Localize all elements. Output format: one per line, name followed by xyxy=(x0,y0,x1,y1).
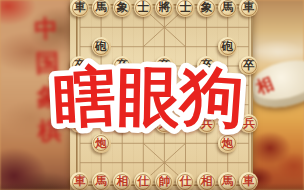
board-cell-d1[interactable] xyxy=(133,18,154,37)
piece-black-elephant[interactable]: 象 xyxy=(197,0,216,17)
board-cell-g4[interactable] xyxy=(196,76,217,95)
left-banner-char: 国 xyxy=(32,45,63,80)
board-cell-c8[interactable] xyxy=(112,153,133,172)
piece-red-soldier[interactable]: 兵 xyxy=(113,114,132,133)
board-cell-c5[interactable] xyxy=(112,95,133,114)
board-cell-h2[interactable]: 砲 xyxy=(217,37,238,56)
board-cell-e9[interactable]: 帥 xyxy=(154,172,175,190)
board-cell-h3[interactable] xyxy=(217,56,238,75)
piece-label: 馬 xyxy=(95,176,107,188)
piece-black-chariot[interactable]: 車 xyxy=(70,0,89,17)
board-cell-f9[interactable]: 仕 xyxy=(175,172,196,190)
board-cell-c4[interactable] xyxy=(112,76,133,95)
piece-black-soldier[interactable]: 卒 xyxy=(197,56,216,75)
piece-label: 仕 xyxy=(137,176,149,188)
board-cell-g2[interactable] xyxy=(196,37,217,56)
piece-label: 仕 xyxy=(180,176,192,188)
board-cell-b3[interactable] xyxy=(90,56,111,75)
board-cell-i2[interactable] xyxy=(238,37,259,56)
board-cell-d9[interactable]: 仕 xyxy=(133,172,154,190)
board-cell-b0[interactable]: 馬 xyxy=(90,0,111,18)
board-cell-d3[interactable] xyxy=(133,56,154,75)
board-cell-f8[interactable] xyxy=(175,153,196,172)
board-cell-c0[interactable]: 象 xyxy=(112,0,133,18)
piece-red-cannon[interactable]: 炮 xyxy=(218,134,237,153)
board-cell-c1[interactable] xyxy=(112,18,133,37)
board-cell-e2[interactable] xyxy=(154,37,175,56)
board-cell-e1[interactable] xyxy=(154,18,175,37)
piece-label: 馬 xyxy=(222,2,234,14)
board-grid: 車馬象士將士象馬車砲砲卒卒卒卒卒兵兵兵兵兵炮炮車馬相仕帥仕相馬車 xyxy=(69,0,259,190)
piece-red-horse[interactable]: 馬 xyxy=(218,172,237,190)
board-cell-a8[interactable] xyxy=(69,153,90,172)
board-cell-f1[interactable] xyxy=(175,18,196,37)
board-cell-d2[interactable] xyxy=(133,37,154,56)
board-cell-e6[interactable]: 兵 xyxy=(154,114,175,133)
piece-label: 卒 xyxy=(116,60,128,72)
board-cell-i4[interactable] xyxy=(238,76,259,95)
board-cell-h9[interactable]: 馬 xyxy=(217,172,238,190)
board-cell-d6[interactable] xyxy=(133,114,154,133)
piece-black-horse[interactable]: 馬 xyxy=(218,0,237,17)
board-cell-b8[interactable] xyxy=(90,153,111,172)
piece-label: 兵 xyxy=(116,118,128,130)
board-cell-g0[interactable]: 象 xyxy=(196,0,217,18)
board-cell-h6[interactable] xyxy=(217,114,238,133)
board-cell-b7[interactable]: 炮 xyxy=(90,134,111,153)
piece-label: 相 xyxy=(116,176,128,188)
board-cell-a4[interactable] xyxy=(69,76,90,95)
piece-black-cannon[interactable]: 砲 xyxy=(218,37,237,56)
board-cell-f0[interactable]: 士 xyxy=(175,0,196,18)
piece-red-chariot[interactable]: 車 xyxy=(70,172,89,190)
piece-red-elephant[interactable]: 相 xyxy=(113,172,132,190)
piece-red-soldier[interactable]: 兵 xyxy=(155,114,174,133)
board-cell-d4[interactable] xyxy=(133,76,154,95)
board-cell-f3[interactable] xyxy=(175,56,196,75)
piece-label: 士 xyxy=(137,2,149,14)
piece-label: 兵 xyxy=(201,118,213,130)
piece-label: 卒 xyxy=(159,60,171,72)
board-cell-d8[interactable] xyxy=(133,153,154,172)
board-cell-i6[interactable]: 兵 xyxy=(238,114,259,133)
piece-red-horse[interactable]: 馬 xyxy=(92,172,111,190)
piece-red-cannon[interactable]: 炮 xyxy=(92,134,111,153)
board-cell-c6[interactable]: 兵 xyxy=(112,114,133,133)
board-cell-g9[interactable]: 相 xyxy=(196,172,217,190)
board-cell-g3[interactable]: 卒 xyxy=(196,56,217,75)
piece-label: 炮 xyxy=(95,138,107,150)
piece-black-soldier[interactable]: 卒 xyxy=(155,56,174,75)
piece-black-general[interactable]: 將 xyxy=(155,0,174,17)
board-cell-c2[interactable] xyxy=(112,37,133,56)
piece-red-soldier[interactable]: 兵 xyxy=(239,114,258,133)
board-cell-i7[interactable] xyxy=(238,134,259,153)
piece-label: 車 xyxy=(243,2,255,14)
board-cell-b9[interactable]: 馬 xyxy=(90,172,111,190)
board-cell-b4[interactable] xyxy=(90,76,111,95)
board-cell-b5[interactable] xyxy=(90,95,111,114)
board-cell-h1[interactable] xyxy=(217,18,238,37)
board-cell-a2[interactable] xyxy=(69,37,90,56)
piece-label: 砲 xyxy=(95,41,107,53)
board-cell-i9[interactable]: 車 xyxy=(238,172,259,190)
piece-black-soldier[interactable]: 卒 xyxy=(239,56,258,75)
board-cell-d7[interactable] xyxy=(133,134,154,153)
board-cell-i8[interactable] xyxy=(238,153,259,172)
piece-black-chariot[interactable]: 車 xyxy=(239,0,258,17)
piece-red-elephant[interactable]: 相 xyxy=(197,172,216,190)
piece-label: 砲 xyxy=(222,41,234,53)
thumbnail-stage: 中 国 象 棋 相 車馬象士將士象馬車砲砲卒卒卒卒卒兵兵兵兵兵炮炮車馬相仕帥仕相… xyxy=(0,0,304,190)
piece-label: 車 xyxy=(74,2,86,14)
board-cell-a6[interactable]: 兵 xyxy=(69,114,90,133)
board-cell-e5[interactable] xyxy=(154,95,175,114)
board-cell-e4[interactable] xyxy=(154,76,175,95)
board-cell-a1[interactable] xyxy=(69,18,90,37)
board-cell-g7[interactable] xyxy=(196,134,217,153)
piece-red-soldier[interactable]: 兵 xyxy=(70,114,89,133)
piece-black-soldier[interactable]: 卒 xyxy=(70,56,89,75)
piece-black-elephant[interactable]: 象 xyxy=(113,0,132,17)
piece-label: 兵 xyxy=(243,118,255,130)
board-cell-d5[interactable] xyxy=(133,95,154,114)
piece-label: 象 xyxy=(116,2,128,14)
piece-label: 兵 xyxy=(74,118,86,130)
board-cell-h7[interactable]: 炮 xyxy=(217,134,238,153)
piece-label: 兵 xyxy=(159,118,171,130)
board-cell-i5[interactable] xyxy=(238,95,259,114)
piece-black-horse[interactable]: 馬 xyxy=(92,0,111,17)
board-cell-a5[interactable] xyxy=(69,95,90,114)
piece-label: 馬 xyxy=(222,176,234,188)
left-banner-calligraphy: 中 国 象 棋 xyxy=(31,12,66,149)
piece-black-advisor[interactable]: 士 xyxy=(134,0,153,17)
board-cell-b1[interactable] xyxy=(90,18,111,37)
board-cell-h8[interactable] xyxy=(217,153,238,172)
board-cell-h4[interactable] xyxy=(217,76,238,95)
piece-red-general[interactable]: 帥 xyxy=(155,172,174,190)
piece-black-soldier[interactable]: 卒 xyxy=(113,56,132,75)
board-cell-i1[interactable] xyxy=(238,18,259,37)
board-cell-a3[interactable]: 卒 xyxy=(69,56,90,75)
left-banner-char: 象 xyxy=(33,79,64,114)
board-cell-g5[interactable] xyxy=(196,95,217,114)
piece-black-cannon[interactable]: 砲 xyxy=(92,37,111,56)
board-cell-a0[interactable]: 車 xyxy=(69,0,90,18)
board-cell-f2[interactable] xyxy=(175,37,196,56)
board-cell-e8[interactable] xyxy=(154,153,175,172)
board-cell-a7[interactable] xyxy=(69,134,90,153)
board-cell-f4[interactable] xyxy=(175,76,196,95)
piece-label: 卒 xyxy=(74,60,86,72)
piece-label: 炮 xyxy=(222,138,234,150)
piece-label: 車 xyxy=(74,176,86,188)
board-cell-g6[interactable]: 兵 xyxy=(196,114,217,133)
board-cell-d0[interactable]: 士 xyxy=(133,0,154,18)
board-cell-i3[interactable]: 卒 xyxy=(238,56,259,75)
piece-red-chariot[interactable]: 車 xyxy=(239,172,258,190)
board-cell-g8[interactable] xyxy=(196,153,217,172)
board-cell-c3[interactable]: 卒 xyxy=(112,56,133,75)
board-cell-b2[interactable]: 砲 xyxy=(90,37,111,56)
board-cell-c9[interactable]: 相 xyxy=(112,172,133,190)
piece-label: 卒 xyxy=(201,60,213,72)
piece-red-advisor[interactable]: 仕 xyxy=(134,172,153,190)
piece-red-soldier[interactable]: 兵 xyxy=(197,114,216,133)
piece-label: 車 xyxy=(243,176,255,188)
left-banner-char: 棋 xyxy=(34,113,65,148)
piece-label: 帥 xyxy=(159,176,171,188)
board-cell-e3[interactable]: 卒 xyxy=(154,56,175,75)
piece-label: 相 xyxy=(201,176,213,188)
board-cell-b6[interactable] xyxy=(90,114,111,133)
board-cell-f7[interactable] xyxy=(175,134,196,153)
piece-label: 馬 xyxy=(95,2,107,14)
board-cell-e0[interactable]: 將 xyxy=(154,0,175,18)
board-cell-c7[interactable] xyxy=(112,134,133,153)
piece-black-advisor[interactable]: 士 xyxy=(176,0,195,17)
left-banner-char: 中 xyxy=(31,12,62,47)
board-cell-h5[interactable] xyxy=(217,95,238,114)
piece-label: 卒 xyxy=(243,60,255,72)
board-cell-g1[interactable] xyxy=(196,18,217,37)
piece-label: 象 xyxy=(201,2,213,14)
piece-label: 將 xyxy=(159,2,171,14)
board-cell-h0[interactable]: 馬 xyxy=(217,0,238,18)
board-cell-i0[interactable]: 車 xyxy=(238,0,259,18)
board-cell-e7[interactable] xyxy=(154,134,175,153)
board-cell-f5[interactable] xyxy=(175,95,196,114)
piece-red-advisor[interactable]: 仕 xyxy=(176,172,195,190)
board-cell-a9[interactable]: 車 xyxy=(69,172,90,190)
piece-label: 士 xyxy=(180,2,192,14)
background-left-photo: 中 国 象 棋 xyxy=(0,0,76,190)
board-cell-f6[interactable] xyxy=(175,114,196,133)
